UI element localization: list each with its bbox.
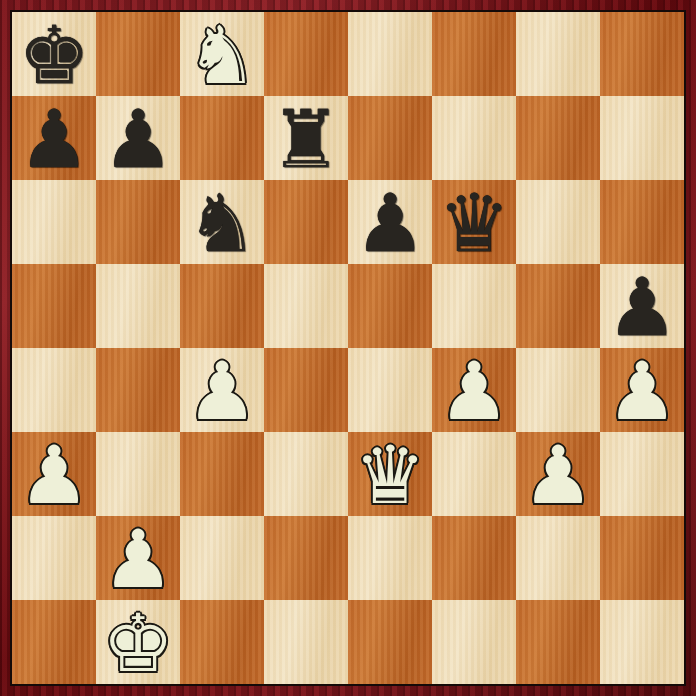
square-h8[interactable] bbox=[600, 12, 684, 96]
square-f7[interactable] bbox=[432, 96, 516, 180]
square-c4[interactable]: ♟ bbox=[180, 348, 264, 432]
square-h2[interactable] bbox=[600, 516, 684, 600]
square-f8[interactable] bbox=[432, 12, 516, 96]
square-b3[interactable] bbox=[96, 432, 180, 516]
square-g1[interactable] bbox=[516, 600, 600, 684]
white-knight-c8[interactable]: ♞ bbox=[186, 16, 258, 96]
square-a8[interactable]: ♚ bbox=[12, 12, 96, 96]
square-g8[interactable] bbox=[516, 12, 600, 96]
black-king-a8[interactable]: ♚ bbox=[18, 16, 90, 96]
square-b4[interactable] bbox=[96, 348, 180, 432]
white-pawn-a3[interactable]: ♟ bbox=[18, 436, 90, 516]
square-c8[interactable]: ♞ bbox=[180, 12, 264, 96]
square-e2[interactable] bbox=[348, 516, 432, 600]
square-d6[interactable] bbox=[264, 180, 348, 264]
square-a2[interactable] bbox=[12, 516, 96, 600]
chess-board: ♚♞♟♟♜♞♟♛♟♟♟♟♟♛♟♟♚ bbox=[12, 12, 684, 684]
square-a3[interactable]: ♟ bbox=[12, 432, 96, 516]
square-b6[interactable] bbox=[96, 180, 180, 264]
square-h6[interactable] bbox=[600, 180, 684, 264]
board-inner-line: ♚♞♟♟♜♞♟♛♟♟♟♟♟♛♟♟♚ bbox=[10, 10, 686, 686]
square-e5[interactable] bbox=[348, 264, 432, 348]
square-d2[interactable] bbox=[264, 516, 348, 600]
white-king-b1[interactable]: ♚ bbox=[102, 604, 174, 684]
white-pawn-b2[interactable]: ♟ bbox=[102, 520, 174, 600]
square-d7[interactable]: ♜ bbox=[264, 96, 348, 180]
square-h7[interactable] bbox=[600, 96, 684, 180]
black-queen-f6[interactable]: ♛ bbox=[438, 184, 510, 264]
square-h1[interactable] bbox=[600, 600, 684, 684]
square-h3[interactable] bbox=[600, 432, 684, 516]
square-c6[interactable]: ♞ bbox=[180, 180, 264, 264]
square-e4[interactable] bbox=[348, 348, 432, 432]
square-b7[interactable]: ♟ bbox=[96, 96, 180, 180]
black-rook-d7[interactable]: ♜ bbox=[270, 100, 342, 180]
square-e6[interactable]: ♟ bbox=[348, 180, 432, 264]
square-a4[interactable] bbox=[12, 348, 96, 432]
square-f3[interactable] bbox=[432, 432, 516, 516]
black-pawn-e6[interactable]: ♟ bbox=[354, 184, 426, 264]
white-pawn-f4[interactable]: ♟ bbox=[438, 352, 510, 432]
square-b5[interactable] bbox=[96, 264, 180, 348]
square-g7[interactable] bbox=[516, 96, 600, 180]
square-f1[interactable] bbox=[432, 600, 516, 684]
square-d4[interactable] bbox=[264, 348, 348, 432]
square-b1[interactable]: ♚ bbox=[96, 600, 180, 684]
square-g3[interactable]: ♟ bbox=[516, 432, 600, 516]
square-g4[interactable] bbox=[516, 348, 600, 432]
square-c5[interactable] bbox=[180, 264, 264, 348]
black-pawn-b7[interactable]: ♟ bbox=[102, 100, 174, 180]
square-e7[interactable] bbox=[348, 96, 432, 180]
square-c3[interactable] bbox=[180, 432, 264, 516]
square-e3[interactable]: ♛ bbox=[348, 432, 432, 516]
square-a7[interactable]: ♟ bbox=[12, 96, 96, 180]
black-knight-c6[interactable]: ♞ bbox=[186, 184, 258, 264]
white-pawn-c4[interactable]: ♟ bbox=[186, 352, 258, 432]
square-d1[interactable] bbox=[264, 600, 348, 684]
white-pawn-g3[interactable]: ♟ bbox=[522, 436, 594, 516]
square-c7[interactable] bbox=[180, 96, 264, 180]
square-a1[interactable] bbox=[12, 600, 96, 684]
square-h4[interactable]: ♟ bbox=[600, 348, 684, 432]
square-b8[interactable] bbox=[96, 12, 180, 96]
square-g5[interactable] bbox=[516, 264, 600, 348]
chess-board-frame: ♚♞♟♟♜♞♟♛♟♟♟♟♟♛♟♟♚ bbox=[0, 0, 696, 696]
square-d3[interactable] bbox=[264, 432, 348, 516]
square-a6[interactable] bbox=[12, 180, 96, 264]
square-f6[interactable]: ♛ bbox=[432, 180, 516, 264]
square-d8[interactable] bbox=[264, 12, 348, 96]
square-e1[interactable] bbox=[348, 600, 432, 684]
square-e8[interactable] bbox=[348, 12, 432, 96]
square-c2[interactable] bbox=[180, 516, 264, 600]
white-pawn-h4[interactable]: ♟ bbox=[606, 352, 678, 432]
square-f4[interactable]: ♟ bbox=[432, 348, 516, 432]
square-h5[interactable]: ♟ bbox=[600, 264, 684, 348]
black-pawn-h5[interactable]: ♟ bbox=[606, 268, 678, 348]
white-queen-e3[interactable]: ♛ bbox=[354, 436, 426, 516]
square-f2[interactable] bbox=[432, 516, 516, 600]
square-d5[interactable] bbox=[264, 264, 348, 348]
square-c1[interactable] bbox=[180, 600, 264, 684]
square-b2[interactable]: ♟ bbox=[96, 516, 180, 600]
square-a5[interactable] bbox=[12, 264, 96, 348]
square-f5[interactable] bbox=[432, 264, 516, 348]
black-pawn-a7[interactable]: ♟ bbox=[18, 100, 90, 180]
square-g2[interactable] bbox=[516, 516, 600, 600]
square-g6[interactable] bbox=[516, 180, 600, 264]
